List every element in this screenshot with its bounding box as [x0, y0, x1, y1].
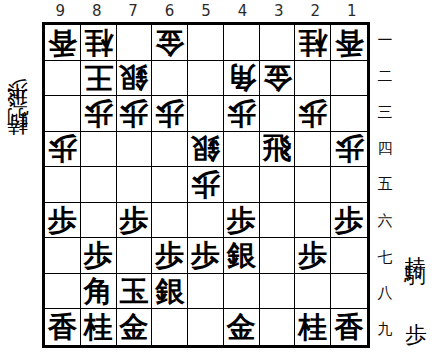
board-cell-4i[interactable]: 金 [224, 309, 260, 345]
gote-piece-2a: 桂 [298, 28, 327, 57]
board-cell-9d[interactable]: 歩 [45, 132, 81, 168]
file-label-4: 4 [224, 0, 260, 22]
board-cell-4h[interactable] [224, 274, 260, 310]
board-cell-6c[interactable]: 歩 [152, 96, 188, 132]
board-cell-7f[interactable]: 歩 [117, 203, 153, 239]
board-cell-6h[interactable]: 銀 [152, 274, 188, 310]
board-cell-2d[interactable] [295, 132, 331, 168]
board-cell-7a[interactable] [117, 25, 153, 61]
gote-piece-6c: 歩 [155, 99, 184, 128]
board-cell-4b[interactable]: 角 [224, 61, 260, 97]
sente-piece-6g: 歩 [155, 241, 184, 270]
sente-piece-7i: 金 [119, 313, 148, 342]
board-cell-3g[interactable] [260, 238, 296, 274]
gote-piece-9a: 香 [48, 28, 77, 57]
board-cell-7h[interactable]: 玉 [117, 274, 153, 310]
board-cell-5a[interactable] [188, 25, 224, 61]
board-cell-5h[interactable] [188, 274, 224, 310]
rank-labels: 一二三四五六七八九 [372, 22, 398, 348]
sente-piece-8i: 桂 [84, 313, 113, 342]
board-cell-7d[interactable] [117, 132, 153, 168]
board-cell-2c[interactable]: 歩 [295, 96, 331, 132]
board-cell-4c[interactable]: 歩 [224, 96, 260, 132]
board-cell-3e[interactable] [260, 167, 296, 203]
board-cell-8d[interactable] [81, 132, 117, 168]
board-cell-8h[interactable]: 角 [81, 274, 117, 310]
sente-piece-2i: 桂 [298, 313, 327, 342]
rank-label-3: 三 [372, 94, 398, 130]
board-cell-6e[interactable] [152, 167, 188, 203]
board-cell-2g[interactable]: 歩 [295, 238, 331, 274]
shogi-board: 香桂金桂香王銀角金歩歩歩歩歩歩銀飛歩歩歩歩歩歩歩歩歩銀歩角玉銀香桂金金桂香 [42, 22, 370, 348]
rank-label-8: 八 [372, 276, 398, 312]
board-cell-5g[interactable]: 歩 [188, 238, 224, 274]
board-cell-3a[interactable] [260, 25, 296, 61]
gote-piece-4b: 角 [227, 63, 256, 92]
board-cell-1d[interactable]: 歩 [331, 132, 367, 168]
gote-piece-5d: 銀 [191, 134, 220, 163]
board-cell-3b[interactable]: 金 [260, 61, 296, 97]
board-cell-3d[interactable]: 飛 [260, 132, 296, 168]
board-cell-2e[interactable] [295, 167, 331, 203]
rank-label-6: 六 [372, 203, 398, 239]
board-cell-7e[interactable] [117, 167, 153, 203]
board-cell-3i[interactable] [260, 309, 296, 345]
board-cell-9c[interactable] [45, 96, 81, 132]
gote-piece-3b: 金 [263, 63, 292, 92]
sente-piece-2g: 歩 [298, 241, 327, 270]
sente-piece-9i: 香 [48, 313, 77, 342]
file-label-9: 9 [42, 0, 78, 22]
board-cell-8f[interactable] [81, 203, 117, 239]
board-cell-4e[interactable] [224, 167, 260, 203]
board-cell-6b[interactable] [152, 61, 188, 97]
board-cell-8a[interactable]: 桂 [81, 25, 117, 61]
board-cell-7b[interactable]: 銀 [117, 61, 153, 97]
gote-piece-1d: 歩 [335, 134, 364, 163]
board-cell-1i[interactable]: 香 [331, 309, 367, 345]
board-cell-7i[interactable]: 金 [117, 309, 153, 345]
board-cell-1c[interactable] [331, 96, 367, 132]
gote-piece-1a: 香 [335, 28, 364, 57]
gote-piece-7c: 歩 [119, 99, 148, 128]
board-cell-8b[interactable]: 王 [81, 61, 117, 97]
board-cell-9h[interactable] [45, 274, 81, 310]
board-cell-5b[interactable] [188, 61, 224, 97]
shogi-diagram: 持駒 飛歩 987654321 香桂金桂香王銀角金歩歩歩歩歩歩銀飛歩歩歩歩歩歩歩… [0, 0, 434, 356]
board-cell-6a[interactable]: 金 [152, 25, 188, 61]
board-cell-3f[interactable] [260, 203, 296, 239]
board-cell-6i[interactable] [152, 309, 188, 345]
board-cell-5i[interactable] [188, 309, 224, 345]
board-cell-1e[interactable] [331, 167, 367, 203]
board-cell-2a[interactable]: 桂 [295, 25, 331, 61]
board-cell-9g[interactable] [45, 238, 81, 274]
sente-piece-8g: 歩 [84, 241, 113, 270]
sente-piece-4g: 銀 [227, 241, 256, 270]
sente-piece-7f: 歩 [119, 206, 148, 235]
sente-hand-pieces: 歩 [405, 324, 427, 346]
rank-label-4: 四 [372, 131, 398, 167]
rank-label-9: 九 [372, 312, 398, 348]
gote-piece-9d: 歩 [48, 134, 77, 163]
sente-piece-1i: 香 [335, 313, 364, 342]
sente-piece-1f: 歩 [335, 206, 364, 235]
file-labels: 987654321 [42, 0, 370, 22]
board-cell-5c[interactable] [188, 96, 224, 132]
board-cell-9a[interactable]: 香 [45, 25, 81, 61]
board-cell-4f[interactable]: 歩 [224, 203, 260, 239]
gote-piece-2c: 歩 [298, 99, 327, 128]
file-label-2: 2 [297, 0, 333, 22]
file-label-1: 1 [334, 0, 370, 22]
file-label-7: 7 [115, 0, 151, 22]
sente-hand-title: 持駒 [404, 240, 425, 310]
file-label-8: 8 [78, 0, 114, 22]
sente-piece-4i: 金 [227, 313, 256, 342]
board-cell-1h[interactable] [331, 274, 367, 310]
gote-piece-4c: 歩 [227, 99, 256, 128]
board-cell-1b[interactable] [331, 61, 367, 97]
file-label-5: 5 [188, 0, 224, 22]
board-cell-4g[interactable]: 銀 [224, 238, 260, 274]
board-cell-8e[interactable] [81, 167, 117, 203]
board-cell-3c[interactable] [260, 96, 296, 132]
sente-piece-9f: 歩 [48, 206, 77, 235]
board-cell-6f[interactable] [152, 203, 188, 239]
board-cell-9f[interactable]: 歩 [45, 203, 81, 239]
board-cell-2f[interactable] [295, 203, 331, 239]
sente-piece-7h: 玉 [119, 277, 148, 306]
gote-hand-label: 持駒 飛歩 [2, 24, 34, 152]
sente-piece-5g: 歩 [191, 241, 220, 270]
rank-label-2: 二 [372, 58, 398, 94]
board-cell-5e[interactable]: 歩 [188, 167, 224, 203]
sente-piece-3d: 飛 [263, 134, 292, 163]
gote-piece-8b: 王 [84, 63, 113, 92]
board-cell-8i[interactable]: 桂 [81, 309, 117, 345]
board-cell-6g[interactable]: 歩 [152, 238, 188, 274]
board-cell-7g[interactable] [117, 238, 153, 274]
sente-piece-8h: 角 [84, 277, 113, 306]
board-cell-5d[interactable]: 銀 [188, 132, 224, 168]
file-label-6: 6 [151, 0, 187, 22]
rank-label-5: 五 [372, 167, 398, 203]
board-cell-9i[interactable]: 香 [45, 309, 81, 345]
sente-piece-4f: 歩 [227, 206, 256, 235]
gote-piece-8c: 歩 [84, 99, 113, 128]
board-cell-8g[interactable]: 歩 [81, 238, 117, 274]
board-cell-2b[interactable] [295, 61, 331, 97]
board-cell-1g[interactable] [331, 238, 367, 274]
board-cell-9e[interactable] [45, 167, 81, 203]
board-cell-4a[interactable] [224, 25, 260, 61]
board-cell-1a[interactable]: 香 [331, 25, 367, 61]
board-cell-6d[interactable] [152, 132, 188, 168]
sente-piece-6h: 銀 [155, 277, 184, 306]
rank-label-7: 七 [372, 239, 398, 275]
board-cell-7c[interactable]: 歩 [117, 96, 153, 132]
board-cell-5f[interactable] [188, 203, 224, 239]
gote-piece-5e: 歩 [191, 170, 220, 199]
board-cell-8c[interactable]: 歩 [81, 96, 117, 132]
board-cell-4d[interactable] [224, 132, 260, 168]
gote-piece-6a: 金 [155, 28, 184, 57]
board-cell-3h[interactable] [260, 274, 296, 310]
rank-label-1: 一 [372, 22, 398, 58]
board-cell-2i[interactable]: 桂 [295, 309, 331, 345]
board-cell-1f[interactable]: 歩 [331, 203, 367, 239]
board-cell-9b[interactable] [45, 61, 81, 97]
gote-piece-8a: 桂 [84, 28, 113, 57]
board-cell-2h[interactable] [295, 274, 331, 310]
file-label-3: 3 [261, 0, 297, 22]
gote-piece-7b: 銀 [119, 63, 148, 92]
